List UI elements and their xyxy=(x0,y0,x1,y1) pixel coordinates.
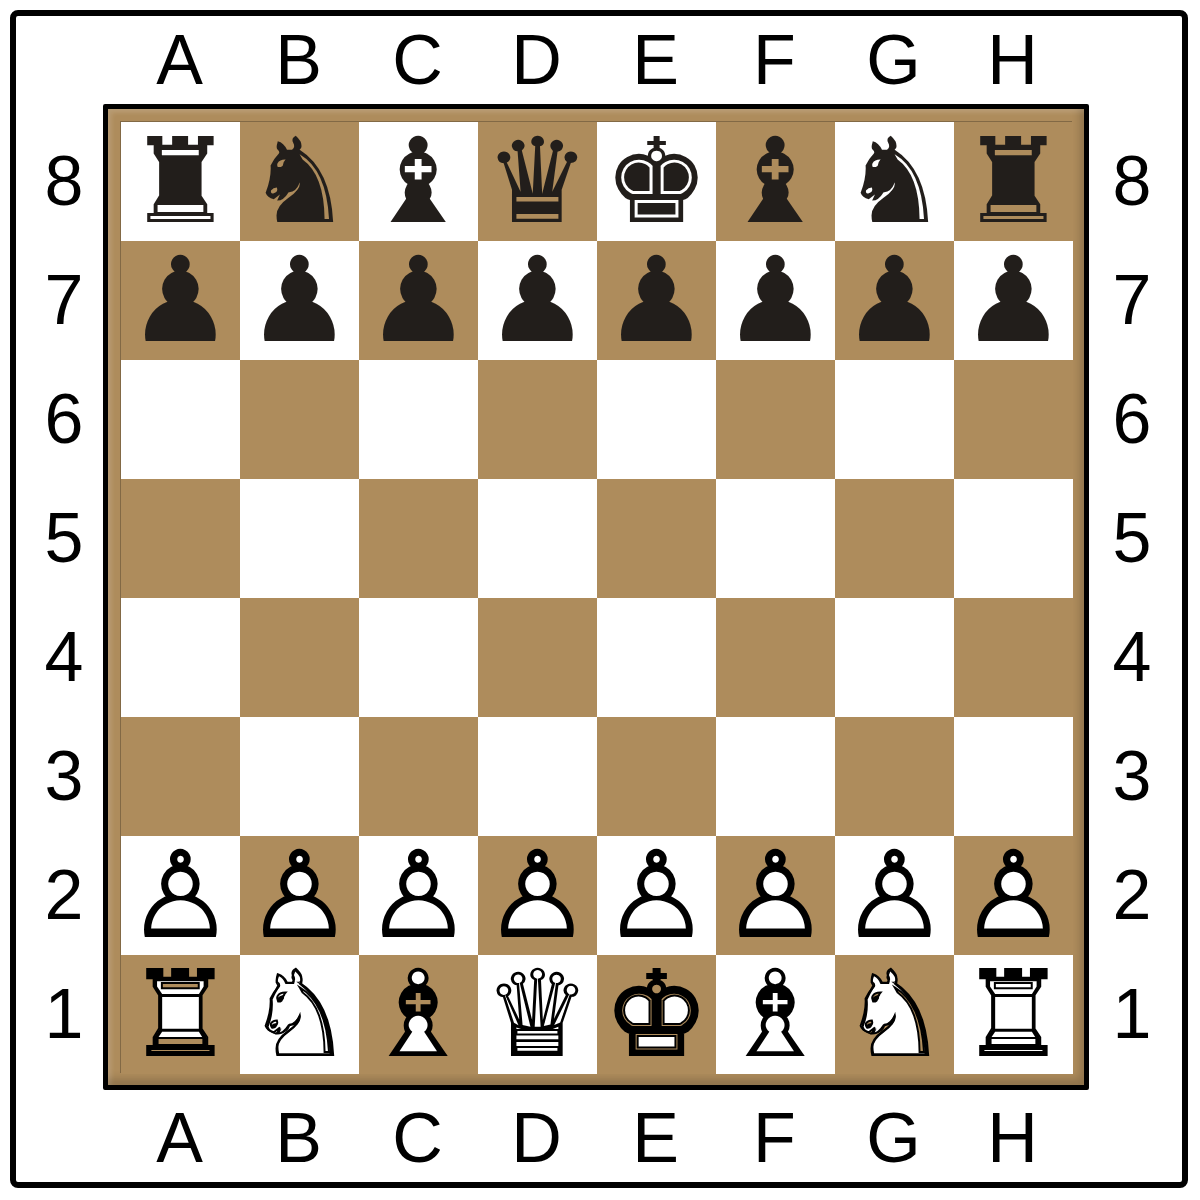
square-d5[interactable] xyxy=(478,479,597,598)
white-bishop-f1[interactable]: ♝♗ xyxy=(716,955,835,1074)
square-b2[interactable]: ♟♙ xyxy=(240,836,359,955)
white-pawn-b2[interactable]: ♟♙ xyxy=(240,836,359,955)
rank-label-left-1: 1 xyxy=(28,954,100,1073)
black-piece-glyph: ♚ xyxy=(597,122,716,241)
square-g6[interactable] xyxy=(835,360,954,479)
square-b8[interactable]: ♞ xyxy=(240,122,359,241)
rank-label-left-2: 2 xyxy=(28,835,100,954)
black-knight-b8[interactable]: ♞ xyxy=(240,122,359,241)
square-f3[interactable] xyxy=(716,717,835,836)
white-pawn-d2[interactable]: ♟♙ xyxy=(478,836,597,955)
square-d6[interactable] xyxy=(478,360,597,479)
square-h3[interactable] xyxy=(954,717,1073,836)
rank-label-right-6: 6 xyxy=(1096,359,1168,478)
square-c6[interactable] xyxy=(359,360,478,479)
square-h2[interactable]: ♟♙ xyxy=(954,836,1073,955)
black-piece-glyph: ♟ xyxy=(240,241,359,360)
rank-label-left-4: 4 xyxy=(28,597,100,716)
black-piece-glyph: ♟ xyxy=(954,241,1073,360)
file-label-top-a: A xyxy=(120,22,239,98)
file-label-bottom-g: G xyxy=(834,1100,953,1176)
square-f5[interactable] xyxy=(716,479,835,598)
square-g5[interactable] xyxy=(835,479,954,598)
file-label-top-d: D xyxy=(477,22,596,98)
square-h6[interactable] xyxy=(954,360,1073,479)
square-h1[interactable]: ♜♖ xyxy=(954,955,1073,1074)
rank-label-left-3: 3 xyxy=(28,716,100,835)
square-d8[interactable]: ♛ xyxy=(478,122,597,241)
square-f8[interactable]: ♝ xyxy=(716,122,835,241)
square-c4[interactable] xyxy=(359,598,478,717)
square-g2[interactable]: ♟♙ xyxy=(835,836,954,955)
file-labels-top: ABCDEFGH xyxy=(120,22,1072,98)
square-d2[interactable]: ♟♙ xyxy=(478,836,597,955)
square-h4[interactable] xyxy=(954,598,1073,717)
white-piece-outline-glyph: ♕ xyxy=(478,955,597,1074)
black-knight-g8[interactable]: ♞ xyxy=(835,122,954,241)
rank-label-right-5: 5 xyxy=(1096,478,1168,597)
file-labels-bottom: ABCDEFGH xyxy=(120,1100,1072,1176)
white-knight-b1[interactable]: ♞♘ xyxy=(240,955,359,1074)
file-label-top-g: G xyxy=(834,22,953,98)
square-h7[interactable]: ♟ xyxy=(954,241,1073,360)
square-c1[interactable]: ♝♗ xyxy=(359,955,478,1074)
chess-board-frame: ♜♞♝♛♚♝♞♜♟♟♟♟♟♟♟♟♟♙♟♙♟♙♟♙♟♙♟♙♟♙♟♙♜♖♞♘♝♗♛♕… xyxy=(103,104,1089,1090)
square-h5[interactable] xyxy=(954,479,1073,598)
black-piece-glyph: ♝ xyxy=(359,122,478,241)
square-a3[interactable] xyxy=(121,717,240,836)
rank-label-right-1: 1 xyxy=(1096,954,1168,1073)
white-piece-outline-glyph: ♙ xyxy=(954,836,1073,955)
black-piece-glyph: ♛ xyxy=(478,122,597,241)
black-piece-glyph: ♟ xyxy=(359,241,478,360)
chess-diagram-page: ABCDEFGH 87654321 87654321 ABCDEFGH ♜♞♝♛… xyxy=(0,0,1200,1200)
file-label-top-b: B xyxy=(239,22,358,98)
black-pawn-d7[interactable]: ♟ xyxy=(478,241,597,360)
black-piece-glyph: ♞ xyxy=(835,122,954,241)
white-pawn-h2[interactable]: ♟♙ xyxy=(954,836,1073,955)
square-b1[interactable]: ♞♘ xyxy=(240,955,359,1074)
square-a6[interactable] xyxy=(121,360,240,479)
rank-label-right-4: 4 xyxy=(1096,597,1168,716)
square-a5[interactable] xyxy=(121,479,240,598)
square-e6[interactable] xyxy=(597,360,716,479)
white-piece-outline-glyph: ♙ xyxy=(478,836,597,955)
rank-label-right-8: 8 xyxy=(1096,121,1168,240)
white-pawn-e2[interactable]: ♟♙ xyxy=(597,836,716,955)
square-e7[interactable]: ♟ xyxy=(597,241,716,360)
rank-label-right-7: 7 xyxy=(1096,240,1168,359)
black-pawn-e7[interactable]: ♟ xyxy=(597,241,716,360)
square-h8[interactable]: ♜ xyxy=(954,122,1073,241)
white-piece-outline-glyph: ♙ xyxy=(835,836,954,955)
rank-label-left-7: 7 xyxy=(28,240,100,359)
square-b3[interactable] xyxy=(240,717,359,836)
square-e5[interactable] xyxy=(597,479,716,598)
square-a1[interactable]: ♜♖ xyxy=(121,955,240,1074)
rank-label-right-3: 3 xyxy=(1096,716,1168,835)
rank-labels-left: 87654321 xyxy=(28,121,100,1073)
square-a4[interactable] xyxy=(121,598,240,717)
file-label-bottom-b: B xyxy=(239,1100,358,1176)
black-pawn-c7[interactable]: ♟ xyxy=(359,241,478,360)
square-g1[interactable]: ♞♘ xyxy=(835,955,954,1074)
square-a2[interactable]: ♟♙ xyxy=(121,836,240,955)
rank-labels-right: 87654321 xyxy=(1096,121,1168,1073)
black-king-e8[interactable]: ♚ xyxy=(597,122,716,241)
square-d7[interactable]: ♟ xyxy=(478,241,597,360)
rank-label-right-2: 2 xyxy=(1096,835,1168,954)
square-d1[interactable]: ♛♕ xyxy=(478,955,597,1074)
white-piece-outline-glyph: ♙ xyxy=(597,836,716,955)
square-b6[interactable] xyxy=(240,360,359,479)
black-piece-glyph: ♜ xyxy=(121,122,240,241)
square-c7[interactable]: ♟ xyxy=(359,241,478,360)
black-pawn-g7[interactable]: ♟ xyxy=(835,241,954,360)
white-pawn-g2[interactable]: ♟♙ xyxy=(835,836,954,955)
file-label-bottom-e: E xyxy=(596,1100,715,1176)
square-e4[interactable] xyxy=(597,598,716,717)
file-label-top-f: F xyxy=(715,22,834,98)
white-piece-outline-glyph: ♗ xyxy=(359,955,478,1074)
black-bishop-f8[interactable]: ♝ xyxy=(716,122,835,241)
file-label-top-c: C xyxy=(358,22,477,98)
white-piece-outline-glyph: ♙ xyxy=(121,836,240,955)
rank-label-left-5: 5 xyxy=(28,478,100,597)
square-c8[interactable]: ♝ xyxy=(359,122,478,241)
square-f2[interactable]: ♟♙ xyxy=(716,836,835,955)
white-pawn-a2[interactable]: ♟♙ xyxy=(121,836,240,955)
file-label-top-e: E xyxy=(596,22,715,98)
white-rook-h1[interactable]: ♜♖ xyxy=(954,955,1073,1074)
square-e2[interactable]: ♟♙ xyxy=(597,836,716,955)
black-rook-h8[interactable]: ♜ xyxy=(954,122,1073,241)
square-e1[interactable]: ♚♔ xyxy=(597,955,716,1074)
file-label-bottom-a: A xyxy=(120,1100,239,1176)
white-piece-outline-glyph: ♙ xyxy=(359,836,478,955)
black-piece-glyph: ♝ xyxy=(716,122,835,241)
file-label-bottom-d: D xyxy=(477,1100,596,1176)
black-piece-glyph: ♟ xyxy=(835,241,954,360)
file-label-bottom-f: F xyxy=(715,1100,834,1176)
black-pawn-f7[interactable]: ♟ xyxy=(716,241,835,360)
white-piece-outline-glyph: ♘ xyxy=(240,955,359,1074)
square-f1[interactable]: ♝♗ xyxy=(716,955,835,1074)
rank-label-left-6: 6 xyxy=(28,359,100,478)
white-piece-outline-glyph: ♗ xyxy=(716,955,835,1074)
black-piece-glyph: ♟ xyxy=(597,241,716,360)
square-d4[interactable] xyxy=(478,598,597,717)
square-b5[interactable] xyxy=(240,479,359,598)
black-piece-glyph: ♟ xyxy=(716,241,835,360)
square-b4[interactable] xyxy=(240,598,359,717)
rank-label-left-8: 8 xyxy=(28,121,100,240)
square-b7[interactable]: ♟ xyxy=(240,241,359,360)
square-c5[interactable] xyxy=(359,479,478,598)
black-piece-glyph: ♞ xyxy=(240,122,359,241)
square-g7[interactable]: ♟ xyxy=(835,241,954,360)
black-piece-glyph: ♟ xyxy=(121,241,240,360)
square-d3[interactable] xyxy=(478,717,597,836)
white-rook-a1[interactable]: ♜♖ xyxy=(121,955,240,1074)
square-a8[interactable]: ♜ xyxy=(121,122,240,241)
white-pawn-c2[interactable]: ♟♙ xyxy=(359,836,478,955)
square-g8[interactable]: ♞ xyxy=(835,122,954,241)
white-queen-d1[interactable]: ♛♕ xyxy=(478,955,597,1074)
file-label-bottom-h: H xyxy=(953,1100,1072,1176)
square-f6[interactable] xyxy=(716,360,835,479)
white-piece-outline-glyph: ♖ xyxy=(121,955,240,1074)
white-knight-g1[interactable]: ♞♘ xyxy=(835,955,954,1074)
white-piece-outline-glyph: ♘ xyxy=(835,955,954,1074)
black-queen-d8[interactable]: ♛ xyxy=(478,122,597,241)
square-f7[interactable]: ♟ xyxy=(716,241,835,360)
white-bishop-c1[interactable]: ♝♗ xyxy=(359,955,478,1074)
file-label-top-h: H xyxy=(953,22,1072,98)
white-piece-outline-glyph: ♔ xyxy=(597,955,716,1074)
white-piece-outline-glyph: ♙ xyxy=(716,836,835,955)
square-a7[interactable]: ♟ xyxy=(121,241,240,360)
white-pawn-f2[interactable]: ♟♙ xyxy=(716,836,835,955)
white-king-e1[interactable]: ♚♔ xyxy=(597,955,716,1074)
black-bishop-c8[interactable]: ♝ xyxy=(359,122,478,241)
square-e8[interactable]: ♚ xyxy=(597,122,716,241)
black-rook-a8[interactable]: ♜ xyxy=(121,122,240,241)
black-pawn-h7[interactable]: ♟ xyxy=(954,241,1073,360)
square-e3[interactable] xyxy=(597,717,716,836)
square-g3[interactable] xyxy=(835,717,954,836)
chess-board: ♜♞♝♛♚♝♞♜♟♟♟♟♟♟♟♟♟♙♟♙♟♙♟♙♟♙♟♙♟♙♟♙♜♖♞♘♝♗♛♕… xyxy=(120,121,1072,1073)
square-c2[interactable]: ♟♙ xyxy=(359,836,478,955)
file-label-bottom-c: C xyxy=(358,1100,477,1176)
square-g4[interactable] xyxy=(835,598,954,717)
black-piece-glyph: ♜ xyxy=(954,122,1073,241)
white-piece-outline-glyph: ♖ xyxy=(954,955,1073,1074)
black-piece-glyph: ♟ xyxy=(478,241,597,360)
white-piece-outline-glyph: ♙ xyxy=(240,836,359,955)
square-f4[interactable] xyxy=(716,598,835,717)
black-pawn-a7[interactable]: ♟ xyxy=(121,241,240,360)
black-pawn-b7[interactable]: ♟ xyxy=(240,241,359,360)
square-c3[interactable] xyxy=(359,717,478,836)
